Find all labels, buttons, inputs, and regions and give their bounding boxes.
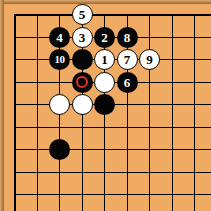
stone-number: 9 [146,53,153,66]
stone-number: 8 [124,30,131,43]
stone-white-plain [94,72,115,93]
circle-marker-icon [76,76,88,88]
stone-number: 6 [124,75,131,88]
stone-black-plain-marked [72,72,93,93]
board-grid: 54328101796 [3,3,206,206]
stone-white-plain [72,94,93,115]
stone-white-plain [49,94,70,115]
stone-number: 2 [101,30,108,43]
stone-white-1: 1 [94,49,115,70]
stone-number: 5 [79,8,86,21]
stone-number: 4 [56,30,63,43]
stone-number: 7 [124,53,131,66]
stone-white-5: 5 [72,4,93,25]
stone-white-9: 9 [139,49,160,70]
stone-black-plain [49,139,70,160]
stone-black-8: 8 [117,27,138,48]
stone-number: 3 [79,30,86,43]
stone-black-6: 6 [117,72,138,93]
stone-black-4: 4 [49,27,70,48]
stone-black-plain [72,49,93,70]
go-diagram: 54328101796 [0,0,211,211]
stone-white-3: 3 [72,27,93,48]
stone-number: 1 [101,53,108,66]
stone-white-7: 7 [117,49,138,70]
stone-black-2: 2 [94,27,115,48]
stone-number: 10 [55,54,65,65]
stone-black-plain [94,94,115,115]
stone-black-10: 10 [49,49,70,70]
